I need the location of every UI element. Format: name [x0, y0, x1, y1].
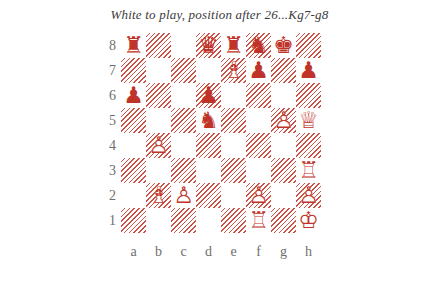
- white-pawn-g5: ♟♙: [271, 108, 296, 133]
- square-b7: [146, 58, 171, 83]
- square-d1: [196, 208, 221, 233]
- square-e6: [221, 83, 246, 108]
- square-a8: ♜: [121, 33, 146, 58]
- rank-label-6: 6: [96, 83, 116, 108]
- square-b6: [146, 83, 171, 108]
- white-bishop-b2: ♝♗: [146, 183, 171, 208]
- white-pawn-h2: ♟♙: [296, 183, 321, 208]
- diagram-caption: White to play, position after 26...Kg7-g…: [0, 7, 439, 23]
- square-d6: ♟: [196, 83, 221, 108]
- square-f2: ♟♙: [246, 183, 271, 208]
- white-queen-h5: ♛♕: [296, 108, 321, 133]
- square-c8: [171, 33, 196, 58]
- file-label-a: a: [121, 242, 146, 262]
- board: ♜♛♜♞♚♝♗♟♟♟♟♞♟♙♛♕♟♙♜♖♝♗♟♙♟♙♟♙♜♖♚♔: [121, 33, 321, 233]
- square-d7: [196, 58, 221, 83]
- file-label-d: d: [196, 242, 221, 262]
- square-a7: [121, 58, 146, 83]
- square-a6: ♟: [121, 83, 146, 108]
- square-c5: [171, 108, 196, 133]
- square-h2: ♟♙: [296, 183, 321, 208]
- square-h4: [296, 133, 321, 158]
- white-pawn-f2: ♟♙: [246, 183, 271, 208]
- square-g1: [271, 208, 296, 233]
- square-b3: [146, 158, 171, 183]
- black-knight-f8: ♞: [246, 33, 271, 58]
- square-g4: [271, 133, 296, 158]
- black-pawn-h7: ♟: [296, 58, 321, 83]
- square-h6: [296, 83, 321, 108]
- square-a1: [121, 208, 146, 233]
- square-d2: [196, 183, 221, 208]
- square-g5: ♟♙: [271, 108, 296, 133]
- white-king-h1: ♚♔: [296, 208, 321, 233]
- square-a4: [121, 133, 146, 158]
- black-pawn-f7: ♟: [246, 58, 271, 83]
- square-e1: [221, 208, 246, 233]
- square-f5: [246, 108, 271, 133]
- black-pawn-d6: ♟: [196, 83, 221, 108]
- square-c7: [171, 58, 196, 83]
- square-d4: [196, 133, 221, 158]
- white-bishop-e7: ♝♗: [221, 58, 246, 83]
- square-f8: ♞: [246, 33, 271, 58]
- rank-label-1: 1: [96, 208, 116, 233]
- file-label-c: c: [171, 242, 196, 262]
- square-c6: [171, 83, 196, 108]
- square-g3: [271, 158, 296, 183]
- square-f3: [246, 158, 271, 183]
- rank-label-3: 3: [96, 158, 116, 183]
- file-label-g: g: [271, 242, 296, 262]
- square-h1: ♚♔: [296, 208, 321, 233]
- square-c2: ♟♙: [171, 183, 196, 208]
- square-g7: [271, 58, 296, 83]
- square-h7: ♟: [296, 58, 321, 83]
- black-king-g8: ♚: [271, 33, 296, 58]
- square-f6: [246, 83, 271, 108]
- file-label-h: h: [296, 242, 321, 262]
- rank-label-5: 5: [96, 108, 116, 133]
- square-e4: [221, 133, 246, 158]
- square-h5: ♛♕: [296, 108, 321, 133]
- white-rook-f1: ♜♖: [246, 208, 271, 233]
- square-f1: ♜♖: [246, 208, 271, 233]
- white-rook-h3: ♜♖: [296, 158, 321, 183]
- square-f4: [246, 133, 271, 158]
- file-label-f: f: [246, 242, 271, 262]
- black-pawn-a6: ♟: [121, 83, 146, 108]
- square-g8: ♚: [271, 33, 296, 58]
- rank-label-7: 7: [96, 58, 116, 83]
- square-e2: [221, 183, 246, 208]
- square-g2: [271, 183, 296, 208]
- square-d5: ♞: [196, 108, 221, 133]
- file-labels: abcdefgh: [121, 242, 321, 262]
- rank-label-2: 2: [96, 183, 116, 208]
- chess-diagram: White to play, position after 26...Kg7-g…: [0, 0, 439, 282]
- square-b4: ♟♙: [146, 133, 171, 158]
- square-e3: [221, 158, 246, 183]
- square-a2: [121, 183, 146, 208]
- square-h3: ♜♖: [296, 158, 321, 183]
- square-b5: [146, 108, 171, 133]
- square-a5: [121, 108, 146, 133]
- rank-label-4: 4: [96, 133, 116, 158]
- square-c1: [171, 208, 196, 233]
- square-e7: ♝♗: [221, 58, 246, 83]
- square-e5: [221, 108, 246, 133]
- square-b2: ♝♗: [146, 183, 171, 208]
- square-h8: [296, 33, 321, 58]
- square-c4: [171, 133, 196, 158]
- white-pawn-b4: ♟♙: [146, 133, 171, 158]
- black-rook-a8: ♜: [121, 33, 146, 58]
- square-e8: ♜: [221, 33, 246, 58]
- file-label-e: e: [221, 242, 246, 262]
- square-b1: [146, 208, 171, 233]
- black-knight-d5: ♞: [196, 108, 221, 133]
- square-b8: [146, 33, 171, 58]
- square-d8: ♛: [196, 33, 221, 58]
- square-c3: [171, 158, 196, 183]
- rank-labels: 87654321: [96, 33, 116, 233]
- square-f7: ♟: [246, 58, 271, 83]
- black-rook-e8: ♜: [221, 33, 246, 58]
- square-d3: [196, 158, 221, 183]
- white-pawn-c2: ♟♙: [171, 183, 196, 208]
- square-a3: [121, 158, 146, 183]
- file-label-b: b: [146, 242, 171, 262]
- black-queen-d8: ♛: [196, 33, 221, 58]
- rank-label-8: 8: [96, 33, 116, 58]
- square-g6: [271, 83, 296, 108]
